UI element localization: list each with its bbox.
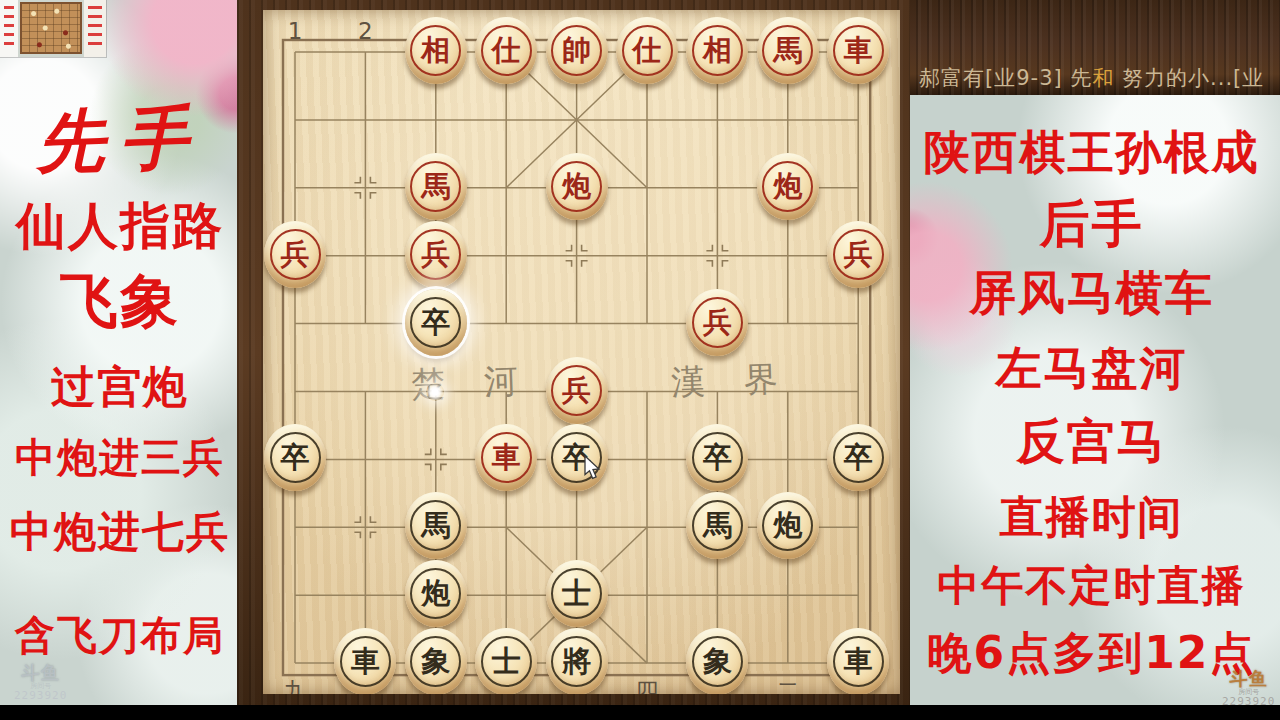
file-label-bottom-8: 二	[771, 676, 805, 694]
piece-glyph: 車	[833, 636, 884, 687]
black-pawn[interactable]: 卒	[405, 289, 467, 356]
piece-glyph: 車	[481, 432, 532, 483]
piece-glyph: 士	[551, 568, 602, 619]
piece-glyph: 象	[692, 636, 743, 687]
douyu-watermark-right: 斗鱼 房间号 2293920	[1222, 670, 1275, 708]
black-advisor[interactable]: 士	[546, 560, 608, 627]
red-elephant[interactable]: 相	[686, 17, 748, 84]
piece-glyph: 馬	[692, 500, 743, 551]
pip-thumbnail	[0, 0, 106, 57]
piece-glyph: 將	[551, 636, 602, 687]
file-label-bottom-6: 四	[630, 676, 664, 694]
piece-glyph: 仕	[481, 25, 532, 76]
piece-glyph: 車	[340, 636, 391, 687]
piece-glyph: 馬	[762, 25, 813, 76]
douyu-logo: 斗鱼	[14, 664, 67, 683]
match-title-before: 郝富有[业9-3] 先	[919, 66, 1092, 90]
piece-glyph: 士	[481, 636, 532, 687]
piece-glyph: 仕	[622, 25, 673, 76]
pip-left-strip	[0, 0, 18, 57]
right-caption-7: 中午不定时直播	[903, 562, 1280, 610]
board-surface[interactable]: 123456789九八七六五四三二一 楚 河 漢 界 相仕帥仕相馬車馬炮炮兵兵兵…	[263, 10, 900, 694]
red-advisor[interactable]: 仕	[616, 17, 678, 84]
black-cannon[interactable]: 炮	[757, 492, 819, 559]
file-label-top-1: 1	[278, 18, 312, 44]
red-pawn[interactable]: 兵	[686, 289, 748, 356]
left-caption-5: 中炮进三兵	[0, 434, 240, 480]
left-caption-4: 过宫炮	[0, 362, 240, 413]
move-sparkle-effect	[426, 383, 444, 401]
black-cannon[interactable]: 炮	[405, 560, 467, 627]
piece-glyph: 帥	[551, 25, 602, 76]
piece-glyph: 相	[692, 25, 743, 76]
piece-glyph: 卒	[833, 432, 884, 483]
piece-glyph: 兵	[692, 297, 743, 348]
right-caption-4: 左马盘河	[903, 342, 1280, 395]
file-label-top-2: 2	[348, 18, 382, 44]
red-horse[interactable]: 馬	[757, 17, 819, 84]
stream-frame: 郝富有[业9-3] 先和 努力的小...[业 123456789九八七六五四三二…	[0, 0, 1280, 720]
left-caption-7: 含飞刀布局	[0, 612, 240, 658]
right-caption-2: 后手	[903, 196, 1280, 254]
red-pawn[interactable]: 兵	[546, 357, 608, 424]
piece-glyph: 炮	[551, 161, 602, 212]
piece-glyph: 馬	[410, 500, 461, 551]
black-chariot[interactable]: 車	[827, 628, 889, 694]
pip-right-strip	[84, 0, 106, 57]
match-title-text: 郝富有[业9-3] 先和 努力的小...[业	[919, 64, 1264, 92]
piece-glyph: 卒	[692, 432, 743, 483]
black-advisor[interactable]: 士	[475, 628, 537, 694]
douyu-watermark-left: 斗鱼 房间号 2293920	[14, 664, 67, 702]
piece-glyph: 相	[410, 25, 461, 76]
black-chariot[interactable]: 車	[334, 628, 396, 694]
right-caption-1: 陕西棋王孙根成	[903, 126, 1280, 179]
mouse-cursor	[584, 455, 602, 481]
top-wood-band: 郝富有[业9-3] 先和 努力的小...[业	[905, 0, 1280, 95]
black-king[interactable]: 將	[546, 628, 608, 694]
black-elephant[interactable]: 象	[686, 628, 748, 694]
match-title-after: 努力的小...[业	[1114, 66, 1264, 90]
left-caption-6: 中炮进七兵	[0, 508, 240, 556]
piece-glyph: 象	[410, 636, 461, 687]
right-caption-3: 屏风马横车	[903, 266, 1280, 320]
right-caption-5: 反宫马	[903, 414, 1280, 469]
letterbox-bar	[0, 705, 1280, 720]
right-caption-6: 直播时间	[903, 492, 1280, 543]
piece-glyph: 炮	[762, 161, 813, 212]
red-advisor[interactable]: 仕	[475, 17, 537, 84]
piece-glyph: 車	[833, 25, 884, 76]
piece-glyph: 卒	[410, 297, 461, 348]
red-cannon[interactable]: 炮	[757, 153, 819, 220]
red-pawn[interactable]: 兵	[264, 221, 326, 288]
file-label-bottom-1: 九	[278, 676, 312, 694]
room-number: 2293920	[14, 690, 67, 702]
red-chariot[interactable]: 車	[827, 17, 889, 84]
piece-glyph: 炮	[410, 568, 461, 619]
red-elephant[interactable]: 相	[405, 17, 467, 84]
piece-glyph: 卒	[270, 432, 321, 483]
piece-glyph: 兵	[270, 229, 321, 280]
black-elephant[interactable]: 象	[405, 628, 467, 694]
river-label-chu-he: 楚 河	[410, 358, 532, 408]
match-title-highlight: 和	[1092, 66, 1114, 90]
left-caption-1: 先手	[0, 96, 241, 183]
pip-mini-board	[20, 2, 82, 54]
piece-glyph: 兵	[833, 229, 884, 280]
xiangqi-board: 123456789九八七六五四三二一 楚 河 漢 界 相仕帥仕相馬車馬炮炮兵兵兵…	[237, 0, 910, 706]
piece-glyph: 兵	[551, 365, 602, 416]
red-pawn[interactable]: 兵	[827, 221, 889, 288]
douyu-logo: 斗鱼	[1222, 670, 1275, 689]
left-caption-2: 仙人指路	[0, 198, 240, 256]
left-caption-3: 飞象	[0, 268, 240, 335]
black-pawn[interactable]: 卒	[264, 424, 326, 491]
red-horse[interactable]: 馬	[405, 153, 467, 220]
red-cannon[interactable]: 炮	[546, 153, 608, 220]
piece-glyph: 兵	[410, 229, 461, 280]
red-king[interactable]: 帥	[546, 17, 608, 84]
red-pawn[interactable]: 兵	[405, 221, 467, 288]
piece-glyph: 馬	[410, 161, 461, 212]
piece-glyph: 炮	[762, 500, 813, 551]
river-label-han-jie: 漢 界	[670, 356, 792, 406]
black-horse[interactable]: 馬	[405, 492, 467, 559]
